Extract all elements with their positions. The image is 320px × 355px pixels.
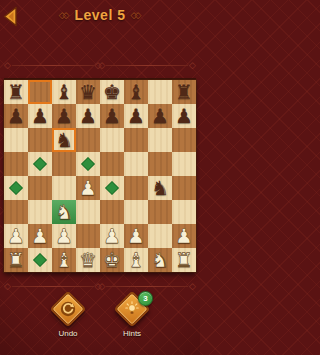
square-g8[interactable] <box>148 80 172 104</box>
square-d6[interactable] <box>76 128 100 152</box>
square-h1[interactable]: ♜ <box>172 248 196 272</box>
square-f7[interactable]: ♟ <box>124 104 148 128</box>
square-f6[interactable] <box>124 128 148 152</box>
square-b1[interactable] <box>28 248 52 272</box>
square-e1[interactable]: ♚ <box>100 248 124 272</box>
square-e3[interactable] <box>100 200 124 224</box>
chess-board: ♜♝♛♚♝♜♟♟♟♟♟♟♟♟♞♟♞♞♟♟♟♟♟♟♜♝♛♚♝♞♜ <box>4 80 196 272</box>
square-g6[interactable] <box>148 128 172 152</box>
square-b7[interactable]: ♟ <box>28 104 52 128</box>
square-f4[interactable] <box>124 176 148 200</box>
square-g7[interactable]: ♟ <box>148 104 172 128</box>
legal-move-marker-b5[interactable] <box>33 157 47 171</box>
square-a7[interactable]: ♟ <box>4 104 28 128</box>
square-d4[interactable]: ♟ <box>76 176 100 200</box>
hints-button[interactable]: 3 Hints <box>107 292 157 338</box>
undo-icon <box>60 301 76 317</box>
black-pawn-d7[interactable]: ♟ <box>79 104 97 128</box>
square-e2[interactable]: ♟ <box>100 224 124 248</box>
square-f3[interactable] <box>124 200 148 224</box>
white-pawn-b2[interactable]: ♟ <box>31 224 49 248</box>
white-queen-d1[interactable]: ♛ <box>79 248 97 272</box>
white-pawn-c2[interactable]: ♟ <box>55 224 73 248</box>
black-bishop-c8[interactable]: ♝ <box>55 80 73 104</box>
square-a2[interactable]: ♟ <box>4 224 28 248</box>
legal-move-marker-a4[interactable] <box>9 181 23 195</box>
square-e7[interactable]: ♟ <box>100 104 124 128</box>
white-pawn-d4[interactable]: ♟ <box>79 176 97 200</box>
action-bar: Undo 3 Hints <box>0 292 200 338</box>
square-d7[interactable]: ♟ <box>76 104 100 128</box>
undo-label: Undo <box>58 329 77 338</box>
white-rook-a1[interactable]: ♜ <box>7 248 25 272</box>
square-c1[interactable]: ♝ <box>52 248 76 272</box>
bottom-divider: ◇ ◇◇ ◇ <box>3 282 197 291</box>
black-bishop-f8[interactable]: ♝ <box>127 80 145 104</box>
hints-label: Hints <box>123 329 141 338</box>
black-rook-h8[interactable]: ♜ <box>175 80 193 104</box>
divider-diamond-icon: ◇ <box>4 61 11 70</box>
white-knight-c3[interactable]: ♞ <box>55 200 73 224</box>
black-pawn-e7[interactable]: ♟ <box>103 104 121 128</box>
square-d3[interactable] <box>76 200 100 224</box>
square-c8[interactable]: ♝ <box>52 80 76 104</box>
square-e8[interactable]: ♚ <box>100 80 124 104</box>
square-f8[interactable]: ♝ <box>124 80 148 104</box>
black-pawn-h7[interactable]: ♟ <box>175 104 193 128</box>
black-pawn-a7[interactable]: ♟ <box>7 104 25 128</box>
black-pawn-g7[interactable]: ♟ <box>151 104 169 128</box>
title-left-ornament-icon: ◇◇ <box>59 10 70 20</box>
divider-line <box>12 286 94 287</box>
white-pawn-e2[interactable]: ♟ <box>103 224 121 248</box>
square-d2[interactable] <box>76 224 100 248</box>
square-g4[interactable]: ♞ <box>148 176 172 200</box>
square-b8[interactable] <box>28 80 52 104</box>
white-pawn-f2[interactable]: ♟ <box>127 224 145 248</box>
square-a6[interactable] <box>4 128 28 152</box>
square-c2[interactable]: ♟ <box>52 224 76 248</box>
legal-move-marker-b1[interactable] <box>33 253 47 267</box>
square-c5[interactable] <box>52 152 76 176</box>
white-king-e1[interactable]: ♚ <box>103 248 121 272</box>
black-knight-g4[interactable]: ♞ <box>151 176 169 200</box>
hints-count-badge: 3 <box>138 291 153 306</box>
square-g1[interactable]: ♞ <box>148 248 172 272</box>
undo-button-diamond <box>50 291 87 328</box>
square-g2[interactable] <box>148 224 172 248</box>
square-h6[interactable] <box>172 128 196 152</box>
square-h5[interactable] <box>172 152 196 176</box>
square-c4[interactable] <box>52 176 76 200</box>
black-pawn-c7[interactable]: ♟ <box>55 104 73 128</box>
square-e5[interactable] <box>100 152 124 176</box>
legal-move-marker-e4[interactable] <box>105 181 119 195</box>
page-title: Level 5 <box>75 7 126 23</box>
black-pawn-f7[interactable]: ♟ <box>127 104 145 128</box>
square-d1[interactable]: ♛ <box>76 248 100 272</box>
square-f5[interactable] <box>124 152 148 176</box>
square-b3[interactable] <box>28 200 52 224</box>
black-queen-d8[interactable]: ♛ <box>79 80 97 104</box>
square-h4[interactable] <box>172 176 196 200</box>
white-pawn-a2[interactable]: ♟ <box>7 224 25 248</box>
square-f2[interactable]: ♟ <box>124 224 148 248</box>
square-d5[interactable] <box>76 152 100 176</box>
black-knight-c6[interactable]: ♞ <box>55 128 73 152</box>
divider-diamond-icon: ◇ <box>4 282 11 291</box>
square-h8[interactable]: ♜ <box>172 80 196 104</box>
header: ◇◇ Level 5 ◇◇ <box>0 7 200 23</box>
square-h2[interactable]: ♟ <box>172 224 196 248</box>
divider-line <box>106 286 188 287</box>
black-rook-a8[interactable]: ♜ <box>7 80 25 104</box>
white-knight-g1[interactable]: ♞ <box>151 248 169 272</box>
lightbulb-icon <box>124 301 140 317</box>
square-b4[interactable] <box>28 176 52 200</box>
square-c6[interactable]: ♞ <box>52 128 76 152</box>
square-h3[interactable] <box>172 200 196 224</box>
square-c7[interactable]: ♟ <box>52 104 76 128</box>
divider-diamond-icon: ◇ <box>189 61 196 70</box>
square-a8[interactable]: ♜ <box>4 80 28 104</box>
undo-button[interactable]: Undo <box>43 292 93 338</box>
white-bishop-c1[interactable]: ♝ <box>55 248 73 272</box>
square-b5[interactable] <box>28 152 52 176</box>
square-a5[interactable] <box>4 152 28 176</box>
square-g3[interactable] <box>148 200 172 224</box>
square-e4[interactable] <box>100 176 124 200</box>
white-bishop-f1[interactable]: ♝ <box>127 248 145 272</box>
top-divider: ◇ ◇◇ ◇ <box>3 61 197 70</box>
white-pawn-h2[interactable]: ♟ <box>175 224 193 248</box>
divider-diamond-icon: ◇ <box>189 282 196 291</box>
square-a1[interactable]: ♜ <box>4 248 28 272</box>
square-a4[interactable] <box>4 176 28 200</box>
square-e6[interactable] <box>100 128 124 152</box>
square-b2[interactable]: ♟ <box>28 224 52 248</box>
white-rook-h1[interactable]: ♜ <box>175 248 193 272</box>
square-c3[interactable]: ♞ <box>52 200 76 224</box>
black-pawn-b7[interactable]: ♟ <box>31 104 49 128</box>
title-right-ornament-icon: ◇◇ <box>130 10 141 20</box>
black-king-e8[interactable]: ♚ <box>103 80 121 104</box>
legal-move-marker-d5[interactable] <box>81 157 95 171</box>
divider-center-diamonds-icon: ◇◇ <box>95 61 106 70</box>
divider-line <box>106 65 188 66</box>
square-h7[interactable]: ♟ <box>172 104 196 128</box>
square-f1[interactable]: ♝ <box>124 248 148 272</box>
app-screen: { "game": "chess", "header": { "title": … <box>0 0 200 355</box>
square-d8[interactable]: ♛ <box>76 80 100 104</box>
square-b6[interactable] <box>28 128 52 152</box>
divider-line <box>12 65 94 66</box>
square-g5[interactable] <box>148 152 172 176</box>
square-a3[interactable] <box>4 200 28 224</box>
divider-center-diamonds-icon: ◇◇ <box>95 282 106 291</box>
